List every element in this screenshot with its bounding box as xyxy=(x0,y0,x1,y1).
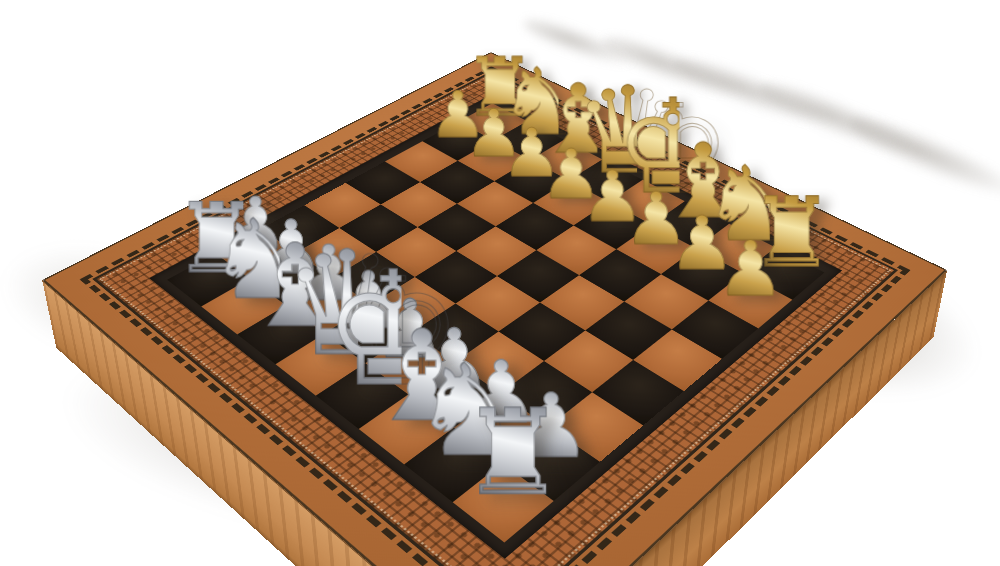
case-top-leather-rim: ♜♞♝♛♚♝♞♜♟♟♟♟♟♟♟♟♟♟♟♟♟♟♟♟♜♞♝♛♚♝♞♜ xyxy=(42,52,947,566)
product-photo-stage: ♜♞♝♛♚♝♞♜♟♟♟♟♟♟♟♟♟♟♟♟♟♟♟♟♜♞♝♛♚♝♞♜ xyxy=(0,0,1000,566)
scene: ♜♞♝♛♚♝♞♜♟♟♟♟♟♟♟♟♟♟♟♟♟♟♟♟♜♞♝♛♚♝♞♜ xyxy=(0,0,1000,566)
silver-rook-h1[interactable]: ♜ xyxy=(460,383,546,501)
chess-case: ♜♞♝♛♚♝♞♜♟♟♟♟♟♟♟♟♟♟♟♟♟♟♟♟♜♞♝♛♚♝♞♜ xyxy=(42,52,947,566)
gold-pawn-h7[interactable]: ♟ xyxy=(714,224,786,300)
chess-board: ♜♞♝♛♚♝♞♜♟♟♟♟♟♟♟♟♟♟♟♟♟♟♟♟♜♞♝♛♚♝♞♜ xyxy=(170,103,821,536)
